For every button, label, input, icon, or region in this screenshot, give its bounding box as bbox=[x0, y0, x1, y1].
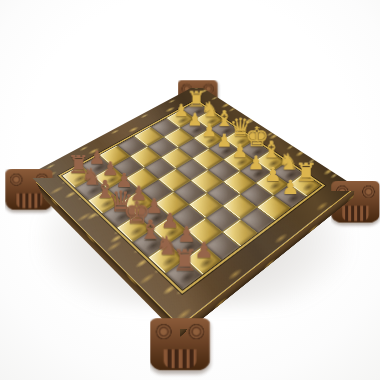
board-grid: ♜♟♟♜♞♟♟♞♝♟♟♝♛♟♟♛♚♟♟♚♝♟♟♝♞♟♟♞♜♟♟♜ bbox=[62, 101, 320, 289]
piece-shadow bbox=[90, 162, 108, 174]
piece-shadow bbox=[300, 181, 317, 193]
piece-shadow bbox=[284, 192, 302, 205]
piece-shadow bbox=[282, 169, 299, 181]
piece-shadow bbox=[265, 157, 282, 168]
piece-shadow bbox=[218, 145, 235, 156]
square-f3[interactable] bbox=[223, 171, 254, 193]
square-e3[interactable] bbox=[207, 160, 238, 181]
piece-shadow bbox=[176, 269, 197, 286]
piece-shadow bbox=[103, 174, 121, 186]
scene: ♜♟♟♜♞♟♟♞♝♟♟♝♛♟♟♛♚♟♟♚♝♟♟♝♞♟♟♞♜♟♟♜ bbox=[0, 0, 380, 380]
play-area: ♜♟♟♜♞♟♟♞♝♟♟♝♛♟♟♛♚♟♟♚♝♟♟♝♞♟♟♞♜♟♟♜ bbox=[58, 99, 325, 293]
piece-white-rook: ♜ bbox=[186, 88, 205, 110]
piece-shadow bbox=[117, 186, 135, 199]
square-g8[interactable]: ♞ bbox=[148, 244, 183, 272]
ionic-capital-icon bbox=[5, 168, 52, 210]
chessboard: ♜♟♟♜♞♟♟♞♝♟♟♝♛♟♟♛♚♟♟♚♝♟♟♝♞♟♟♞♜♟♟♜ bbox=[29, 84, 355, 325]
piece-shadow bbox=[196, 255, 216, 271]
piece-white-king: ♚ bbox=[244, 123, 265, 150]
piece-shadow bbox=[189, 125, 205, 135]
photo-background: ♜♟♟♜♞♟♟♞♝♟♟♝♛♟♟♛♚♟♟♚♝♟♟♝♞♟♟♞♜♟♟♜ bbox=[0, 0, 380, 380]
piece-shadow bbox=[127, 224, 147, 238]
piece-shadow bbox=[98, 197, 117, 210]
piece-shadow bbox=[234, 156, 251, 167]
piece-shadow bbox=[249, 147, 265, 158]
square-f1[interactable]: ♝ bbox=[255, 151, 285, 172]
